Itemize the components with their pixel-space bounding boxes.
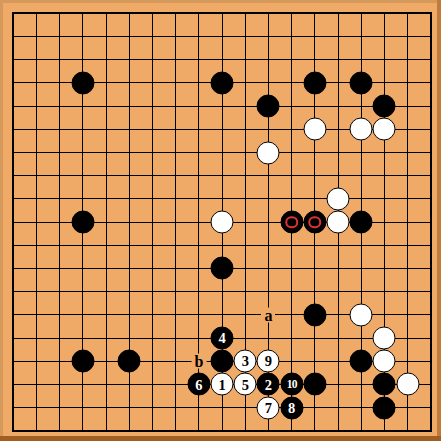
intersection (326, 71, 349, 94)
intersection (71, 326, 94, 349)
intersection (303, 326, 326, 349)
intersection (210, 396, 233, 419)
black-stone (350, 71, 373, 94)
intersection (48, 95, 71, 118)
intersection (164, 210, 187, 233)
intersection (71, 373, 94, 396)
intersection (95, 326, 118, 349)
intersection (25, 48, 48, 71)
intersection (48, 257, 71, 280)
intersection (326, 2, 349, 25)
intersection (71, 303, 94, 326)
black-move-2: 2 (257, 373, 280, 396)
intersection (71, 257, 94, 280)
intersection (210, 25, 233, 48)
intersection (280, 141, 303, 164)
intersection (118, 373, 141, 396)
black-stone (373, 95, 396, 118)
intersection (95, 373, 118, 396)
intersection (25, 187, 48, 210)
intersection (187, 280, 210, 303)
intersection (350, 164, 373, 187)
black-stone (211, 257, 234, 280)
black-move-8: 8 (280, 396, 303, 419)
intersection (373, 210, 396, 233)
intersection (2, 280, 25, 303)
intersection (280, 326, 303, 349)
intersection (303, 95, 326, 118)
intersection (95, 2, 118, 25)
intersection (25, 210, 48, 233)
intersection (396, 25, 419, 48)
intersection (48, 234, 71, 257)
intersection (396, 234, 419, 257)
black-stone (118, 350, 141, 373)
point-label-b: b (191, 354, 206, 369)
intersection (95, 396, 118, 419)
intersection (141, 373, 164, 396)
intersection (118, 234, 141, 257)
black-stone (373, 396, 396, 419)
intersection (187, 303, 210, 326)
intersection (257, 95, 280, 118)
intersection (396, 280, 419, 303)
intersection (95, 25, 118, 48)
intersection (396, 210, 419, 233)
black-stone (303, 373, 326, 396)
black-move-4: 4 (211, 327, 234, 350)
intersection (257, 25, 280, 48)
intersection (164, 118, 187, 141)
intersection (396, 396, 419, 419)
intersection (396, 95, 419, 118)
intersection (71, 25, 94, 48)
intersection (257, 280, 280, 303)
intersection (234, 234, 257, 257)
intersection: 10 (280, 373, 303, 396)
intersection (164, 95, 187, 118)
intersection (48, 141, 71, 164)
intersection (280, 71, 303, 94)
intersection (95, 234, 118, 257)
intersection (164, 187, 187, 210)
intersection (25, 141, 48, 164)
white-stone (327, 211, 350, 234)
intersection (350, 257, 373, 280)
intersection: 3 (234, 350, 257, 373)
black-stone (350, 350, 373, 373)
intersection (350, 2, 373, 25)
intersection (280, 48, 303, 71)
intersection (95, 187, 118, 210)
intersection (141, 48, 164, 71)
intersection (187, 396, 210, 419)
intersection (164, 396, 187, 419)
intersection (187, 2, 210, 25)
intersection (234, 303, 257, 326)
intersection (373, 373, 396, 396)
intersection (350, 350, 373, 373)
intersection (95, 95, 118, 118)
intersection (373, 141, 396, 164)
intersection (350, 210, 373, 233)
intersection (25, 350, 48, 373)
board-bevel-bottom (0, 436, 441, 441)
intersection (2, 350, 25, 373)
black-stone (71, 350, 94, 373)
intersection (396, 141, 419, 164)
intersection (280, 303, 303, 326)
board-bevel-left (0, 0, 3, 441)
intersection (373, 2, 396, 25)
intersection (164, 25, 187, 48)
intersection (2, 164, 25, 187)
intersection (234, 48, 257, 71)
intersection (164, 373, 187, 396)
intersection (350, 141, 373, 164)
intersection (25, 164, 48, 187)
intersection (164, 303, 187, 326)
intersection (326, 48, 349, 71)
white-stone (327, 187, 350, 210)
black-stone (257, 95, 280, 118)
intersection (326, 396, 349, 419)
intersection (234, 71, 257, 94)
intersection (164, 280, 187, 303)
intersection (234, 326, 257, 349)
intersection (141, 234, 164, 257)
intersection (187, 25, 210, 48)
intersection (373, 234, 396, 257)
intersection (210, 2, 233, 25)
intersection: 6 (187, 373, 210, 396)
black-stone (303, 71, 326, 94)
intersection (396, 71, 419, 94)
intersection (71, 280, 94, 303)
intersection (118, 257, 141, 280)
intersection (373, 257, 396, 280)
intersection (303, 350, 326, 373)
intersection (95, 164, 118, 187)
intersection (187, 326, 210, 349)
intersection (2, 234, 25, 257)
white-move-7: 7 (257, 396, 280, 419)
intersection (141, 95, 164, 118)
intersection (2, 71, 25, 94)
intersection (210, 210, 233, 233)
intersection (303, 373, 326, 396)
intersection (187, 187, 210, 210)
intersection (2, 210, 25, 233)
intersection (373, 71, 396, 94)
intersection (280, 95, 303, 118)
intersection (187, 118, 210, 141)
intersection (95, 210, 118, 233)
intersection (303, 164, 326, 187)
intersection (257, 234, 280, 257)
intersection (48, 210, 71, 233)
intersection (326, 280, 349, 303)
intersection (2, 373, 25, 396)
marked-black-stone (280, 211, 303, 234)
intersection (2, 118, 25, 141)
intersection (71, 350, 94, 373)
intersection (396, 48, 419, 71)
intersection (48, 2, 71, 25)
intersection (210, 95, 233, 118)
intersection (210, 118, 233, 141)
intersection (187, 141, 210, 164)
intersection (95, 141, 118, 164)
intersection (326, 257, 349, 280)
intersection (187, 95, 210, 118)
intersection (141, 350, 164, 373)
intersection (25, 396, 48, 419)
intersection (234, 210, 257, 233)
intersection (2, 303, 25, 326)
intersection (118, 25, 141, 48)
white-stone (211, 211, 234, 234)
intersection (118, 141, 141, 164)
intersection (25, 326, 48, 349)
intersection (326, 25, 349, 48)
intersection (326, 118, 349, 141)
intersection (326, 326, 349, 349)
white-move-9: 9 (257, 350, 280, 373)
intersection (257, 326, 280, 349)
intersection (373, 280, 396, 303)
intersection (164, 164, 187, 187)
intersection (350, 373, 373, 396)
intersection (210, 164, 233, 187)
intersection (234, 95, 257, 118)
intersection (210, 48, 233, 71)
intersection (210, 187, 233, 210)
intersection (350, 303, 373, 326)
intersection (303, 187, 326, 210)
intersection (71, 48, 94, 71)
intersection (373, 164, 396, 187)
intersection (396, 350, 419, 373)
intersection (95, 118, 118, 141)
white-stone (373, 350, 396, 373)
intersection (71, 396, 94, 419)
intersection (141, 71, 164, 94)
intersection (141, 187, 164, 210)
intersection (164, 257, 187, 280)
intersection (326, 141, 349, 164)
intersection (303, 118, 326, 141)
circle-mark-icon (285, 216, 298, 229)
intersection (25, 303, 48, 326)
intersection (95, 257, 118, 280)
intersection (164, 234, 187, 257)
intersection (280, 25, 303, 48)
intersection (234, 164, 257, 187)
intersection (303, 25, 326, 48)
intersection (280, 164, 303, 187)
intersection (280, 210, 303, 233)
white-stone (373, 118, 396, 141)
intersection (25, 118, 48, 141)
intersection (25, 234, 48, 257)
intersection (234, 118, 257, 141)
white-move-1: 1 (211, 373, 234, 396)
intersection (48, 164, 71, 187)
black-stone (350, 211, 373, 234)
intersection (187, 234, 210, 257)
intersection (48, 303, 71, 326)
intersection (326, 234, 349, 257)
intersection (48, 187, 71, 210)
intersection (280, 257, 303, 280)
intersection (48, 71, 71, 94)
white-stone (373, 327, 396, 350)
intersection (141, 164, 164, 187)
go-board-diagram[interactable]: a4b3961521078 (0, 0, 441, 441)
intersection (141, 141, 164, 164)
intersection (141, 118, 164, 141)
intersection (326, 187, 349, 210)
intersection (303, 257, 326, 280)
intersection (350, 187, 373, 210)
intersection: 1 (210, 373, 233, 396)
intersection (210, 350, 233, 373)
intersection (350, 48, 373, 71)
intersection (257, 2, 280, 25)
white-stone (350, 303, 373, 326)
intersection: 7 (257, 396, 280, 419)
intersection (71, 141, 94, 164)
intersection (118, 396, 141, 419)
black-stone (71, 211, 94, 234)
intersection (48, 396, 71, 419)
intersection: 5 (234, 373, 257, 396)
intersection (373, 396, 396, 419)
intersection (234, 187, 257, 210)
intersection (164, 2, 187, 25)
black-stone (71, 71, 94, 94)
intersection (280, 118, 303, 141)
intersection (350, 326, 373, 349)
intersection (95, 350, 118, 373)
intersection (141, 303, 164, 326)
intersection (326, 350, 349, 373)
intersection (210, 303, 233, 326)
intersection (118, 326, 141, 349)
intersection: 4 (210, 326, 233, 349)
intersection (118, 210, 141, 233)
intersection (303, 210, 326, 233)
intersection (141, 257, 164, 280)
marked-black-stone (303, 211, 326, 234)
intersection (25, 257, 48, 280)
intersection (234, 257, 257, 280)
intersection (303, 396, 326, 419)
intersection (373, 303, 396, 326)
intersection (141, 210, 164, 233)
intersection (71, 210, 94, 233)
intersection (118, 2, 141, 25)
intersection (118, 164, 141, 187)
intersection (257, 141, 280, 164)
intersection (303, 2, 326, 25)
intersection (164, 48, 187, 71)
intersection (71, 95, 94, 118)
intersection (118, 280, 141, 303)
intersection (326, 373, 349, 396)
intersection (95, 71, 118, 94)
intersection (210, 71, 233, 94)
intersection (118, 350, 141, 373)
intersection (187, 210, 210, 233)
board-bevel-top (0, 0, 441, 3)
intersection (118, 187, 141, 210)
intersection (95, 48, 118, 71)
black-stone (303, 303, 326, 326)
intersection (257, 48, 280, 71)
intersection (350, 234, 373, 257)
intersection (396, 303, 419, 326)
intersection (396, 373, 419, 396)
black-stone (373, 373, 396, 396)
intersection (187, 164, 210, 187)
intersection (303, 141, 326, 164)
intersection (373, 25, 396, 48)
intersection (234, 2, 257, 25)
intersection (326, 210, 349, 233)
intersection (303, 48, 326, 71)
black-stone (211, 350, 234, 373)
intersection (164, 71, 187, 94)
intersection (48, 350, 71, 373)
white-move-5: 5 (234, 373, 257, 396)
intersection (71, 71, 94, 94)
intersection (396, 2, 419, 25)
intersection: 8 (280, 396, 303, 419)
intersection: a (257, 303, 280, 326)
intersection (141, 280, 164, 303)
intersection (2, 48, 25, 71)
intersection (187, 71, 210, 94)
intersection (141, 25, 164, 48)
intersection (396, 164, 419, 187)
intersection (187, 48, 210, 71)
intersection (373, 350, 396, 373)
intersection (326, 303, 349, 326)
intersection (234, 141, 257, 164)
intersection (2, 187, 25, 210)
intersection: 2 (257, 373, 280, 396)
intersection (350, 280, 373, 303)
intersection (210, 234, 233, 257)
intersection (234, 280, 257, 303)
intersection (118, 118, 141, 141)
intersection (396, 118, 419, 141)
intersection (280, 234, 303, 257)
intersection (234, 396, 257, 419)
intersection (303, 303, 326, 326)
black-move-6: 6 (187, 373, 210, 396)
intersection (25, 373, 48, 396)
intersection (280, 280, 303, 303)
intersection (350, 396, 373, 419)
intersection (141, 2, 164, 25)
intersection (48, 25, 71, 48)
white-stone (350, 118, 373, 141)
intersection (2, 326, 25, 349)
black-move-10: 10 (280, 373, 303, 396)
